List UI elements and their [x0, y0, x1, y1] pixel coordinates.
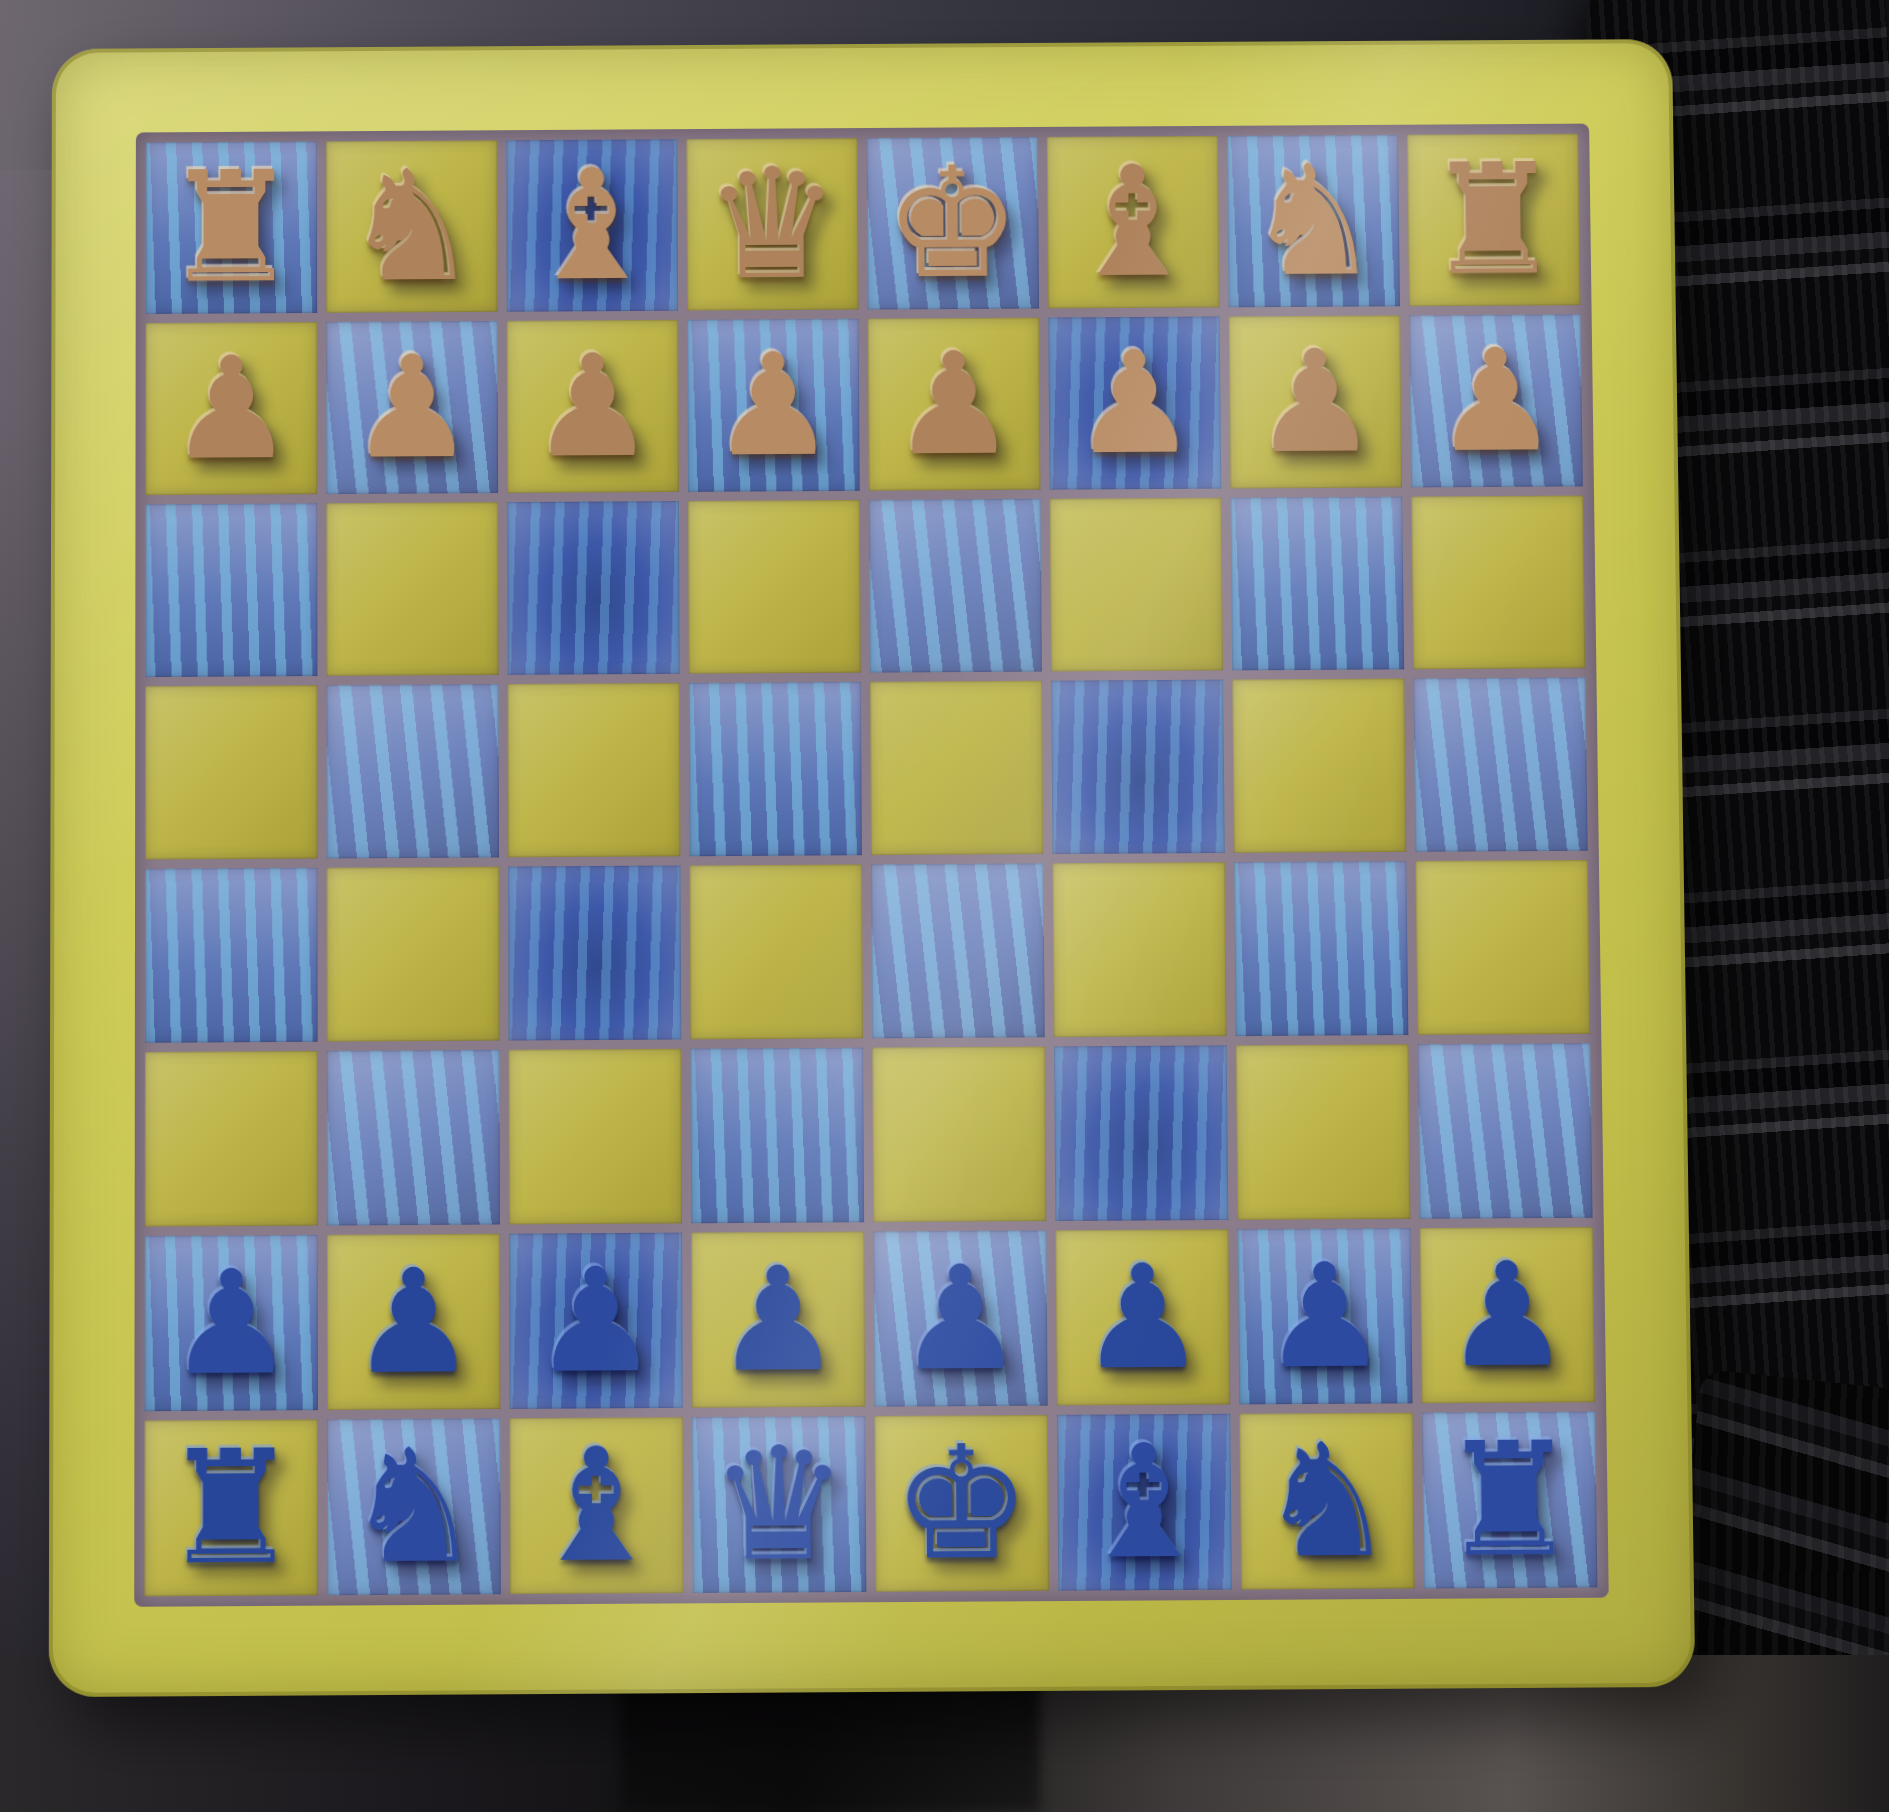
blue-pawn[interactable]: ♟	[896, 1246, 1024, 1390]
square-d2[interactable]: ♟	[691, 1231, 865, 1407]
square-b4[interactable]	[327, 867, 500, 1042]
blue-rook[interactable]: ♜	[162, 1429, 300, 1586]
square-c7[interactable]: ♟	[507, 320, 679, 493]
square-b6[interactable]	[326, 502, 498, 676]
square-c1[interactable]: ♝	[510, 1417, 684, 1594]
square-h3[interactable]	[1418, 1043, 1593, 1219]
square-c8[interactable]: ♝	[506, 139, 678, 312]
blue-pawn[interactable]: ♟	[1079, 1245, 1207, 1389]
blue-pawn[interactable]: ♟	[1443, 1243, 1572, 1387]
square-e3[interactable]	[872, 1046, 1046, 1222]
square-a1[interactable]: ♜	[144, 1419, 318, 1596]
square-c4[interactable]	[508, 865, 681, 1040]
square-h4[interactable]	[1415, 860, 1590, 1035]
board-grid: ♜♞♝♛♚♝♞♜♟♟♟♟♟♟♟♟♟♟♟♟♟♟♟♟♜♞♝♛♚♝♞♜	[134, 124, 1609, 1607]
square-c6[interactable]	[507, 501, 680, 675]
tan-king[interactable]: ♚	[884, 147, 1022, 300]
blue-pawn[interactable]: ♟	[168, 1251, 295, 1395]
square-h8[interactable]: ♜	[1407, 134, 1580, 307]
square-a8[interactable]: ♜	[146, 141, 317, 314]
square-e4[interactable]	[871, 863, 1045, 1038]
square-f3[interactable]	[1054, 1045, 1228, 1221]
square-a5[interactable]	[145, 685, 317, 859]
tan-pawn[interactable]: ♟	[168, 338, 294, 480]
square-g5[interactable]	[1232, 678, 1406, 852]
square-e5[interactable]	[870, 681, 1043, 855]
tan-knight[interactable]: ♞	[343, 150, 480, 303]
square-f8[interactable]: ♝	[1047, 136, 1220, 309]
square-g3[interactable]	[1236, 1044, 1411, 1220]
square-a3[interactable]	[145, 1051, 318, 1227]
tan-bishop[interactable]: ♝	[1064, 145, 1202, 298]
tan-bishop[interactable]: ♝	[524, 149, 661, 302]
blue-knight[interactable]: ♞	[1257, 1422, 1397, 1579]
tan-pawn[interactable]: ♟	[349, 337, 475, 479]
square-e2[interactable]: ♟	[873, 1230, 1047, 1406]
square-d5[interactable]	[689, 682, 862, 856]
tan-pawn[interactable]: ♟	[530, 335, 656, 477]
tan-queen[interactable]: ♛	[704, 148, 841, 301]
tan-rook[interactable]: ♜	[163, 151, 300, 304]
square-f7[interactable]: ♟	[1048, 316, 1221, 489]
square-a2[interactable]: ♟	[145, 1235, 318, 1411]
square-e8[interactable]: ♚	[867, 137, 1040, 310]
tan-pawn[interactable]: ♟	[1252, 331, 1379, 473]
blue-queen[interactable]: ♛	[710, 1426, 849, 1583]
square-b2[interactable]: ♟	[327, 1234, 500, 1410]
square-c3[interactable]	[509, 1049, 682, 1225]
square-d7[interactable]: ♟	[687, 319, 860, 492]
chess-board: ♜♞♝♛♚♝♞♜♟♟♟♟♟♟♟♟♟♟♟♟♟♟♟♟♜♞♝♛♚♝♞♜	[49, 39, 1696, 1697]
square-b5[interactable]	[326, 684, 499, 858]
square-h2[interactable]: ♟	[1420, 1227, 1595, 1403]
square-e1[interactable]: ♚	[874, 1415, 1049, 1592]
blue-pawn[interactable]: ♟	[350, 1250, 477, 1394]
square-d3[interactable]	[690, 1048, 864, 1224]
square-g7[interactable]: ♟	[1229, 315, 1402, 488]
square-d6[interactable]	[688, 500, 861, 674]
square-h5[interactable]	[1413, 677, 1587, 851]
tan-knight[interactable]: ♞	[1244, 144, 1382, 297]
square-a4[interactable]	[145, 868, 318, 1043]
square-b1[interactable]: ♞	[327, 1418, 501, 1595]
square-c2[interactable]: ♟	[509, 1233, 683, 1409]
blue-pawn[interactable]: ♟	[1261, 1244, 1390, 1388]
square-h7[interactable]: ♟	[1409, 314, 1583, 487]
blue-rook[interactable]: ♜	[1440, 1421, 1580, 1578]
blue-pawn[interactable]: ♟	[714, 1247, 842, 1391]
tan-rook[interactable]: ♜	[1425, 143, 1563, 296]
square-g1[interactable]: ♞	[1239, 1413, 1414, 1590]
blue-bishop[interactable]: ♝	[1075, 1424, 1215, 1581]
square-b7[interactable]: ♟	[326, 321, 498, 494]
square-b3[interactable]	[327, 1050, 500, 1226]
square-f2[interactable]: ♟	[1055, 1229, 1230, 1405]
square-e6[interactable]	[869, 499, 1042, 673]
square-f1[interactable]: ♝	[1057, 1414, 1232, 1591]
square-b8[interactable]: ♞	[326, 140, 498, 313]
square-c5[interactable]	[508, 683, 681, 857]
tan-pawn[interactable]: ♟	[1432, 330, 1560, 472]
tan-pawn[interactable]: ♟	[891, 333, 1018, 475]
square-g4[interactable]	[1234, 861, 1408, 1036]
square-f5[interactable]	[1051, 680, 1225, 854]
square-h6[interactable]	[1411, 495, 1585, 669]
square-a7[interactable]: ♟	[146, 322, 318, 495]
square-g8[interactable]: ♞	[1227, 135, 1400, 308]
tan-pawn[interactable]: ♟	[710, 334, 837, 476]
square-g6[interactable]	[1230, 497, 1404, 671]
square-h1[interactable]: ♜	[1422, 1411, 1598, 1588]
blue-bishop[interactable]: ♝	[527, 1427, 666, 1584]
blue-king[interactable]: ♚	[892, 1425, 1031, 1582]
tan-pawn[interactable]: ♟	[1071, 332, 1198, 474]
square-f6[interactable]	[1050, 498, 1223, 672]
blue-pawn[interactable]: ♟	[532, 1249, 660, 1393]
square-d8[interactable]: ♛	[686, 138, 858, 311]
square-e7[interactable]: ♟	[868, 318, 1041, 491]
square-d4[interactable]	[690, 864, 863, 1039]
square-a6[interactable]	[145, 503, 317, 677]
square-f4[interactable]	[1053, 862, 1227, 1037]
blue-knight[interactable]: ♞	[345, 1428, 484, 1585]
square-d1[interactable]: ♛	[692, 1416, 866, 1593]
square-g2[interactable]: ♟	[1238, 1228, 1413, 1404]
